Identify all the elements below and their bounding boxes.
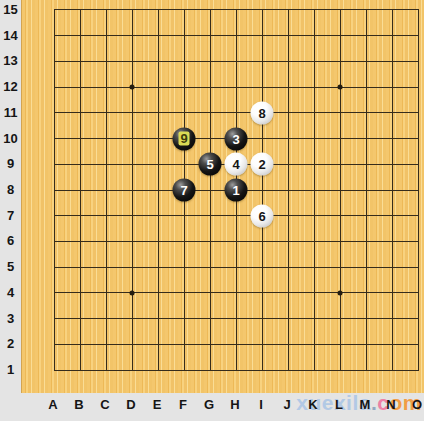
stone-number: 3: [232, 131, 239, 146]
col-label-B: B: [68, 396, 90, 414]
intersection-I2: [249, 331, 275, 357]
intersection-K14: [301, 23, 327, 49]
intersection-I9: 2: [249, 151, 275, 177]
intersection-M6: [353, 229, 379, 255]
col-label-M: M: [354, 396, 376, 414]
intersection-M12: [353, 74, 379, 100]
intersection-G14: [197, 23, 223, 49]
intersection-L9: [327, 151, 353, 177]
intersection-M13: [353, 49, 379, 75]
intersection-D10: [119, 126, 145, 152]
intersection-N12: [379, 74, 405, 100]
stone-white-8-I11: 8: [251, 101, 274, 124]
stone-black-3-H10: 3: [225, 127, 248, 150]
intersection-C10: [93, 126, 119, 152]
intersection-I1: [249, 357, 275, 383]
intersection-G4: [197, 280, 223, 306]
intersection-A8: [41, 177, 67, 203]
intersection-K5: [301, 254, 327, 280]
intersection-G7: [197, 203, 223, 229]
intersection-F15: [171, 0, 197, 23]
intersection-B4: [67, 280, 93, 306]
intersection-L12: [327, 74, 353, 100]
intersection-O7: [405, 203, 424, 229]
intersection-D14: [119, 23, 145, 49]
intersection-H4: [223, 280, 249, 306]
intersection-K7: [301, 203, 327, 229]
intersection-B9: [67, 151, 93, 177]
col-label-E: E: [146, 396, 168, 414]
intersection-C6: [93, 229, 119, 255]
intersection-J7: [275, 203, 301, 229]
intersection-H15: [223, 0, 249, 23]
intersection-A9: [41, 151, 67, 177]
intersection-O5: [405, 254, 424, 280]
stone-number: 2: [258, 157, 265, 172]
intersection-G5: [197, 254, 223, 280]
col-label-G: G: [198, 396, 220, 414]
intersection-C4: [93, 280, 119, 306]
row-label-11: 11: [0, 103, 21, 123]
intersection-K3: [301, 306, 327, 332]
intersection-E5: [145, 254, 171, 280]
row-label-6: 6: [0, 231, 21, 251]
intersection-J4: [275, 280, 301, 306]
intersection-C12: [93, 74, 119, 100]
intersection-J6: [275, 229, 301, 255]
intersection-E1: [145, 357, 171, 383]
intersection-F6: [171, 229, 197, 255]
intersection-M15: [353, 0, 379, 23]
intersection-E8: [145, 177, 171, 203]
intersection-I4: [249, 280, 275, 306]
intersection-L14: [327, 23, 353, 49]
stone-black-5-G9: 5: [199, 153, 222, 176]
intersection-J12: [275, 74, 301, 100]
intersection-I8: [249, 177, 275, 203]
intersection-J14: [275, 23, 301, 49]
intersection-I6: [249, 229, 275, 255]
intersection-D9: [119, 151, 145, 177]
row-label-13: 13: [0, 51, 21, 71]
intersection-C9: [93, 151, 119, 177]
stone-number: 5: [206, 157, 213, 172]
intersection-H12: [223, 74, 249, 100]
intersection-F12: [171, 74, 197, 100]
stone-white-6-I7: 6: [251, 204, 274, 227]
row-label-10: 10: [0, 129, 21, 149]
intersection-A3: [41, 306, 67, 332]
intersection-O11: [405, 100, 424, 126]
intersection-M8: [353, 177, 379, 203]
intersection-N4: [379, 280, 405, 306]
star-point-L12: [338, 85, 343, 90]
intersection-C15: [93, 0, 119, 23]
intersection-E2: [145, 331, 171, 357]
intersection-C14: [93, 23, 119, 49]
intersection-G8: [197, 177, 223, 203]
intersection-A11: [41, 100, 67, 126]
intersection-E9: [145, 151, 171, 177]
intersection-D2: [119, 331, 145, 357]
go-diagram-root: 893542716 151413121110987654321 ABCDEFGH…: [0, 0, 424, 421]
intersection-N11: [379, 100, 405, 126]
intersection-M3: [353, 306, 379, 332]
intersection-L8: [327, 177, 353, 203]
intersection-I15: [249, 0, 275, 23]
intersection-C7: [93, 203, 119, 229]
intersection-I10: [249, 126, 275, 152]
intersection-F13: [171, 49, 197, 75]
intersection-B2: [67, 331, 93, 357]
intersection-J15: [275, 0, 301, 23]
intersection-K2: [301, 331, 327, 357]
intersection-L5: [327, 254, 353, 280]
intersection-L2: [327, 331, 353, 357]
intersection-B12: [67, 74, 93, 100]
intersection-B7: [67, 203, 93, 229]
col-label-I: I: [250, 396, 272, 414]
intersection-H6: [223, 229, 249, 255]
intersection-I7: 6: [249, 203, 275, 229]
intersection-L10: [327, 126, 353, 152]
intersection-B3: [67, 306, 93, 332]
stone-number: 9: [178, 132, 189, 146]
intersection-K9: [301, 151, 327, 177]
row-label-12: 12: [0, 77, 21, 97]
intersection-D11: [119, 100, 145, 126]
col-label-N: N: [380, 396, 402, 414]
intersection-N7: [379, 203, 405, 229]
intersection-H3: [223, 306, 249, 332]
intersection-L4: [327, 280, 353, 306]
intersection-A4: [41, 280, 67, 306]
col-label-O: O: [406, 396, 424, 414]
row-label-1: 1: [0, 360, 21, 380]
intersection-E14: [145, 23, 171, 49]
intersection-G13: [197, 49, 223, 75]
intersection-K4: [301, 280, 327, 306]
intersection-I3: [249, 306, 275, 332]
intersection-E11: [145, 100, 171, 126]
stone-black-9-F10: 9: [173, 127, 196, 150]
intersection-O14: [405, 23, 424, 49]
intersection-B11: [67, 100, 93, 126]
intersection-L15: [327, 0, 353, 23]
intersection-H11: [223, 100, 249, 126]
stone-number: 6: [258, 208, 265, 223]
row-label-4: 4: [0, 283, 21, 303]
intersection-N8: [379, 177, 405, 203]
intersection-K12: [301, 74, 327, 100]
intersection-A13: [41, 49, 67, 75]
intersection-A12: [41, 74, 67, 100]
intersection-G15: [197, 0, 223, 23]
intersection-E15: [145, 0, 171, 23]
intersection-G9: 5: [197, 151, 223, 177]
intersection-O6: [405, 229, 424, 255]
intersection-C11: [93, 100, 119, 126]
intersection-E10: [145, 126, 171, 152]
intersection-L6: [327, 229, 353, 255]
intersection-E6: [145, 229, 171, 255]
intersection-G11: [197, 100, 223, 126]
row-label-14: 14: [0, 26, 21, 46]
intersection-M5: [353, 254, 379, 280]
intersection-F9: [171, 151, 197, 177]
intersection-N14: [379, 23, 405, 49]
intersection-N6: [379, 229, 405, 255]
row-label-9: 9: [0, 154, 21, 174]
intersection-A2: [41, 331, 67, 357]
intersection-F14: [171, 23, 197, 49]
intersection-G10: [197, 126, 223, 152]
col-label-J: J: [276, 396, 298, 414]
intersection-H10: 3: [223, 126, 249, 152]
intersection-H1: [223, 357, 249, 383]
stone-black-1-H8: 1: [225, 179, 248, 202]
intersection-G3: [197, 306, 223, 332]
intersection-D4: [119, 280, 145, 306]
intersection-N2: [379, 331, 405, 357]
column-labels: ABCDEFGHIJKLMNO: [0, 393, 424, 421]
intersection-A15: [41, 0, 67, 23]
row-label-8: 8: [0, 180, 21, 200]
intersection-N3: [379, 306, 405, 332]
intersection-A10: [41, 126, 67, 152]
intersection-G6: [197, 229, 223, 255]
intersection-M1: [353, 357, 379, 383]
intersection-H7: [223, 203, 249, 229]
col-label-L: L: [328, 396, 350, 414]
intersection-C1: [93, 357, 119, 383]
intersection-L7: [327, 203, 353, 229]
intersection-B14: [67, 23, 93, 49]
row-label-15: 15: [0, 0, 21, 20]
stone-number: 8: [258, 105, 265, 120]
intersection-J2: [275, 331, 301, 357]
intersection-D7: [119, 203, 145, 229]
intersection-B8: [67, 177, 93, 203]
intersection-M4: [353, 280, 379, 306]
intersection-O13: [405, 49, 424, 75]
intersection-K15: [301, 0, 327, 23]
intersection-L11: [327, 100, 353, 126]
intersection-G12: [197, 74, 223, 100]
intersection-A5: [41, 254, 67, 280]
row-label-3: 3: [0, 309, 21, 329]
row-label-5: 5: [0, 257, 21, 277]
intersection-K13: [301, 49, 327, 75]
intersection-I14: [249, 23, 275, 49]
intersection-H9: 4: [223, 151, 249, 177]
row-label-2: 2: [0, 334, 21, 354]
intersection-I5: [249, 254, 275, 280]
col-label-D: D: [120, 396, 142, 414]
intersection-K11: [301, 100, 327, 126]
intersection-M9: [353, 151, 379, 177]
intersection-F5: [171, 254, 197, 280]
intersection-K1: [301, 357, 327, 383]
intersection-F11: [171, 100, 197, 126]
intersection-F2: [171, 331, 197, 357]
star-point-L4: [338, 290, 343, 295]
stone-number: 4: [232, 157, 239, 172]
intersection-L3: [327, 306, 353, 332]
intersection-D8: [119, 177, 145, 203]
intersection-M14: [353, 23, 379, 49]
intersection-B13: [67, 49, 93, 75]
row-label-7: 7: [0, 206, 21, 226]
intersection-N10: [379, 126, 405, 152]
intersection-J1: [275, 357, 301, 383]
intersection-O3: [405, 306, 424, 332]
col-label-F: F: [172, 396, 194, 414]
intersection-G2: [197, 331, 223, 357]
intersection-M7: [353, 203, 379, 229]
intersection-O1: [405, 357, 424, 383]
intersection-J9: [275, 151, 301, 177]
intersection-N9: [379, 151, 405, 177]
intersection-I12: [249, 74, 275, 100]
intersection-O15: [405, 0, 424, 23]
intersection-K6: [301, 229, 327, 255]
intersection-D5: [119, 254, 145, 280]
intersection-O12: [405, 74, 424, 100]
intersection-B1: [67, 357, 93, 383]
intersection-F3: [171, 306, 197, 332]
intersection-J10: [275, 126, 301, 152]
intersection-F8: 7: [171, 177, 197, 203]
intersection-G1: [197, 357, 223, 383]
col-label-A: A: [42, 396, 64, 414]
intersection-B15: [67, 0, 93, 23]
intersection-D6: [119, 229, 145, 255]
board-grid: 893542716: [41, 0, 424, 383]
intersection-I11: 8: [249, 100, 275, 126]
intersection-D1: [119, 357, 145, 383]
intersection-N13: [379, 49, 405, 75]
intersection-H8: 1: [223, 177, 249, 203]
intersection-H5: [223, 254, 249, 280]
intersection-C5: [93, 254, 119, 280]
intersection-L13: [327, 49, 353, 75]
intersection-F4: [171, 280, 197, 306]
intersection-A14: [41, 23, 67, 49]
intersection-O9: [405, 151, 424, 177]
intersection-I13: [249, 49, 275, 75]
intersection-C13: [93, 49, 119, 75]
intersection-J11: [275, 100, 301, 126]
intersection-B5: [67, 254, 93, 280]
intersection-C8: [93, 177, 119, 203]
star-point-D12: [130, 85, 135, 90]
intersection-K8: [301, 177, 327, 203]
intersection-J3: [275, 306, 301, 332]
intersection-E4: [145, 280, 171, 306]
stone-number: 7: [180, 183, 187, 198]
intersection-A6: [41, 229, 67, 255]
intersection-J13: [275, 49, 301, 75]
intersection-J5: [275, 254, 301, 280]
stone-white-4-H9: 4: [225, 153, 248, 176]
intersection-D12: [119, 74, 145, 100]
col-label-H: H: [224, 396, 246, 414]
intersection-E7: [145, 203, 171, 229]
row-labels: 151413121110987654321: [0, 0, 21, 393]
intersection-M11: [353, 100, 379, 126]
intersection-F10: 9: [171, 126, 197, 152]
intersection-B6: [67, 229, 93, 255]
intersection-D3: [119, 306, 145, 332]
intersection-E3: [145, 306, 171, 332]
intersection-M10: [353, 126, 379, 152]
intersection-H14: [223, 23, 249, 49]
intersection-H2: [223, 331, 249, 357]
intersection-E12: [145, 74, 171, 100]
intersection-K10: [301, 126, 327, 152]
intersection-E13: [145, 49, 171, 75]
intersection-O4: [405, 280, 424, 306]
intersection-D13: [119, 49, 145, 75]
intersection-A1: [41, 357, 67, 383]
stone-number: 1: [232, 183, 239, 198]
intersection-O8: [405, 177, 424, 203]
intersection-N1: [379, 357, 405, 383]
intersection-C2: [93, 331, 119, 357]
stone-black-7-F8: 7: [173, 179, 196, 202]
col-label-C: C: [94, 396, 116, 414]
intersection-N15: [379, 0, 405, 23]
intersection-F1: [171, 357, 197, 383]
intersection-N5: [379, 254, 405, 280]
intersection-M2: [353, 331, 379, 357]
intersection-J8: [275, 177, 301, 203]
intersection-O10: [405, 126, 424, 152]
go-board: 893542716: [21, 0, 424, 393]
intersection-B10: [67, 126, 93, 152]
intersection-C3: [93, 306, 119, 332]
star-point-D4: [130, 290, 135, 295]
intersection-L1: [327, 357, 353, 383]
col-label-K: K: [302, 396, 324, 414]
intersection-F7: [171, 203, 197, 229]
intersection-H13: [223, 49, 249, 75]
intersection-D15: [119, 0, 145, 23]
intersection-O2: [405, 331, 424, 357]
stone-white-2-I9: 2: [251, 153, 274, 176]
intersection-A7: [41, 203, 67, 229]
